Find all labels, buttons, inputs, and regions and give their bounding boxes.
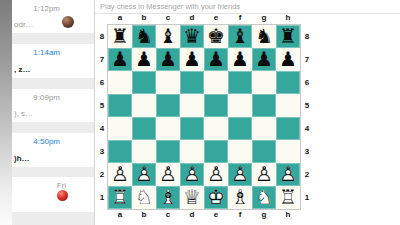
rank-label-6: 6 [303, 71, 311, 94]
square-e5[interactable] [204, 94, 228, 117]
square-h7[interactable]: ♟ [276, 48, 300, 71]
square-c7[interactable]: ♟ [156, 48, 180, 71]
square-h2[interactable]: ♟♙ [276, 163, 300, 186]
file-label-d: d [180, 13, 204, 23]
rank-label-7: 7 [303, 48, 311, 71]
square-c3[interactable] [156, 140, 180, 163]
file-label-d: d [180, 210, 204, 220]
square-c2[interactable]: ♟♙ [156, 163, 180, 186]
rank-label-3: 3 [303, 140, 311, 163]
square-e7[interactable]: ♟ [204, 48, 228, 71]
square-d7[interactable]: ♟ [180, 48, 204, 71]
file-label-c: c [156, 210, 180, 220]
white-rook-fill: ♜ [276, 186, 300, 209]
conversation-timestamp: 1:12pm [33, 4, 60, 13]
square-e3[interactable] [204, 140, 228, 163]
square-a8[interactable]: ♜ [108, 25, 132, 48]
white-pawn-icon: ♙ [108, 163, 132, 186]
black-pawn-icon: ♟ [156, 48, 180, 71]
rank-label-8: 8 [303, 25, 311, 48]
black-pawn-icon: ♟ [132, 48, 156, 71]
rank-label-4: 4 [98, 117, 106, 140]
white-queen-icon: ♕ [180, 186, 204, 209]
black-knight-icon: ♞ [132, 25, 156, 48]
file-labels-bottom: abcdefgh [108, 210, 300, 220]
square-h5[interactable] [276, 94, 300, 117]
square-d3[interactable] [180, 140, 204, 163]
square-b7[interactable]: ♟ [132, 48, 156, 71]
white-knight-icon: ♘ [252, 186, 276, 209]
square-d8[interactable]: ♛ [180, 25, 204, 48]
square-b1[interactable]: ♞♘ [132, 186, 156, 209]
file-label-f: f [228, 210, 252, 220]
file-label-g: g [252, 13, 276, 23]
square-b5[interactable] [132, 94, 156, 117]
square-b6[interactable] [132, 71, 156, 94]
square-d1[interactable]: ♛♕ [180, 186, 204, 209]
square-d2[interactable]: ♟♙ [180, 163, 204, 186]
black-knight-icon: ♞ [252, 25, 276, 48]
square-e6[interactable] [204, 71, 228, 94]
white-rook-icon: ♖ [108, 186, 132, 209]
square-d5[interactable] [180, 94, 204, 117]
rank-labels-right: 87654321 [303, 25, 311, 209]
rank-label-1: 1 [98, 186, 106, 209]
black-pawn-icon: ♟ [228, 48, 252, 71]
rank-label-5: 5 [98, 94, 106, 117]
white-pawn-fill: ♟ [132, 163, 156, 186]
square-c6[interactable] [156, 71, 180, 94]
white-pawn-icon: ♙ [180, 163, 204, 186]
black-rook-icon: ♜ [276, 25, 300, 48]
white-pawn-fill: ♟ [228, 163, 252, 186]
black-bishop-icon: ♝ [228, 25, 252, 48]
conversation-item[interactable]: 1:14am , z… [12, 44, 94, 78]
file-label-g: g [252, 210, 276, 220]
rank-label-8: 8 [98, 25, 106, 48]
white-pawn-fill: ♟ [252, 163, 276, 186]
conversation-item[interactable]: 1:12pm odr… [12, 0, 94, 33]
square-c8[interactable]: ♝ [156, 25, 180, 48]
rank-label-3: 3 [98, 140, 106, 163]
square-f6[interactable] [228, 71, 252, 94]
file-label-c: c [156, 13, 180, 23]
square-a6[interactable] [108, 71, 132, 94]
conversation-item[interactable]: Fri [12, 177, 94, 212]
square-g7[interactable]: ♟ [252, 48, 276, 71]
file-label-b: b [132, 210, 156, 220]
rank-label-5: 5 [303, 94, 311, 117]
square-g5[interactable] [252, 94, 276, 117]
chess-panel: Play chess in Messenger with your friend… [95, 0, 400, 225]
conversation-timestamp: 4:50pm [33, 137, 60, 146]
rank-labels-left: 87654321 [98, 25, 106, 209]
square-h8[interactable]: ♜ [276, 25, 300, 48]
square-a4[interactable] [108, 117, 132, 140]
square-g6[interactable] [252, 71, 276, 94]
conversation-item[interactable]: 9:09pm ), s… [12, 89, 94, 122]
white-bishop-fill: ♝ [228, 186, 252, 209]
file-label-e: e [204, 13, 228, 23]
white-rook-fill: ♜ [108, 186, 132, 209]
white-pawn-icon: ♙ [156, 163, 180, 186]
rank-label-7: 7 [98, 48, 106, 71]
white-pawn-icon: ♙ [204, 163, 228, 186]
file-label-b: b [132, 13, 156, 23]
file-label-a: a [108, 210, 132, 220]
rank-label-6: 6 [98, 71, 106, 94]
file-label-a: a [108, 13, 132, 23]
white-king-icon: ♔ [204, 186, 228, 209]
white-rook-icon: ♖ [276, 186, 300, 209]
conversation-timestamp: 1:14am [33, 48, 60, 57]
black-pawn-icon: ♟ [276, 48, 300, 71]
white-bishop-fill: ♝ [156, 186, 180, 209]
black-pawn-icon: ♟ [180, 48, 204, 71]
square-f8[interactable]: ♝ [228, 25, 252, 48]
white-pawn-icon: ♙ [252, 163, 276, 186]
square-a3[interactable] [108, 140, 132, 163]
square-e4[interactable] [204, 117, 228, 140]
white-pawn-icon: ♙ [132, 163, 156, 186]
square-h1[interactable]: ♜♖ [276, 186, 300, 209]
square-g2[interactable]: ♟♙ [252, 163, 276, 186]
black-king-icon: ♚ [204, 25, 228, 48]
square-h6[interactable] [276, 71, 300, 94]
square-e2[interactable]: ♟♙ [204, 163, 228, 186]
square-g1[interactable]: ♞♘ [252, 186, 276, 209]
white-pawn-fill: ♟ [156, 163, 180, 186]
square-b3[interactable] [132, 140, 156, 163]
white-pawn-icon: ♙ [276, 163, 300, 186]
contact-avatar [62, 16, 74, 28]
conversation-item[interactable]: 4:50pm )h… [12, 133, 94, 167]
square-b2[interactable]: ♟♙ [132, 163, 156, 186]
square-d6[interactable] [180, 71, 204, 94]
white-queen-fill: ♛ [180, 186, 204, 209]
square-f2[interactable]: ♟♙ [228, 163, 252, 186]
white-knight-icon: ♘ [132, 186, 156, 209]
chess-board: ♜♞♝♛♚♝♞♜♟♟♟♟♟♟♟♟♟♙♟♙♟♙♟♙♟♙♟♙♟♙♟♙♜♖♞♘♝♗♛♕… [108, 25, 300, 209]
white-bishop-icon: ♗ [156, 186, 180, 209]
black-pawn-icon: ♟ [252, 48, 276, 71]
square-g3[interactable] [252, 140, 276, 163]
conversation-preview: odr… [14, 20, 34, 29]
black-pawn-icon: ♟ [204, 48, 228, 71]
messenger-window: 1:12pm odr… 1:14am , z… 9:09pm ), s… 4:5… [0, 0, 400, 225]
white-bishop-icon: ♗ [228, 186, 252, 209]
square-c1[interactable]: ♝♗ [156, 186, 180, 209]
square-f7[interactable]: ♟ [228, 48, 252, 71]
white-king-fill: ♚ [204, 186, 228, 209]
file-label-h: h [276, 210, 300, 220]
square-a5[interactable] [108, 94, 132, 117]
white-pawn-fill: ♟ [108, 163, 132, 186]
square-c4[interactable] [156, 117, 180, 140]
black-rook-icon: ♜ [108, 25, 132, 48]
conversation-timestamp: 9:09pm [33, 93, 60, 102]
white-pawn-fill: ♟ [180, 163, 204, 186]
conversation-list: 1:12pm odr… 1:14am , z… 9:09pm ), s… 4:5… [12, 0, 94, 225]
rank-label-1: 1 [303, 186, 311, 209]
square-f4[interactable] [228, 117, 252, 140]
background-window-edge [0, 0, 12, 225]
conversation-preview: , z… [14, 65, 30, 74]
square-d4[interactable] [180, 117, 204, 140]
page-title: Play chess in Messenger with your friend… [100, 2, 240, 11]
white-pawn-fill: ♟ [276, 163, 300, 186]
rank-label-2: 2 [303, 163, 311, 186]
red-ball-emoji-icon [57, 190, 68, 201]
white-pawn-fill: ♟ [204, 163, 228, 186]
square-g4[interactable] [252, 117, 276, 140]
square-c5[interactable] [156, 94, 180, 117]
square-h4[interactable] [276, 117, 300, 140]
rank-label-4: 4 [303, 117, 311, 140]
square-a7[interactable]: ♟ [108, 48, 132, 71]
square-e1[interactable]: ♚♔ [204, 186, 228, 209]
file-labels-top: abcdefgh [108, 13, 300, 23]
square-a2[interactable]: ♟♙ [108, 163, 132, 186]
rank-label-2: 2 [98, 163, 106, 186]
square-g8[interactable]: ♞ [252, 25, 276, 48]
square-e8[interactable]: ♚ [204, 25, 228, 48]
black-queen-icon: ♛ [180, 25, 204, 48]
square-b4[interactable] [132, 117, 156, 140]
square-b8[interactable]: ♞ [132, 25, 156, 48]
square-h3[interactable] [276, 140, 300, 163]
conversation-timestamp: Fri [57, 181, 66, 190]
black-bishop-icon: ♝ [156, 25, 180, 48]
file-label-f: f [228, 13, 252, 23]
black-pawn-icon: ♟ [108, 48, 132, 71]
square-f1[interactable]: ♝♗ [228, 186, 252, 209]
white-knight-fill: ♞ [132, 186, 156, 209]
conversation-preview: )h… [14, 154, 30, 163]
white-pawn-icon: ♙ [228, 163, 252, 186]
square-f3[interactable] [228, 140, 252, 163]
white-knight-fill: ♞ [252, 186, 276, 209]
file-label-h: h [276, 13, 300, 23]
conversation-preview: ), s… [14, 109, 33, 118]
file-label-e: e [204, 210, 228, 220]
square-a1[interactable]: ♜♖ [108, 186, 132, 209]
square-f5[interactable] [228, 94, 252, 117]
